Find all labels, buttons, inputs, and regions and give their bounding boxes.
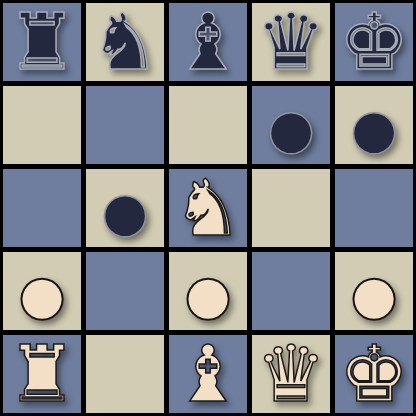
square-r4c2[interactable] xyxy=(86,252,164,330)
square-r5c3[interactable]: ♝ xyxy=(169,335,247,413)
white-pawn[interactable]: ● xyxy=(350,268,397,322)
square-r4c1[interactable]: ● xyxy=(3,252,81,330)
black-rook[interactable]: ♜ xyxy=(7,3,77,81)
square-r5c1[interactable]: ♜ xyxy=(3,335,81,413)
square-r4c3[interactable]: ● xyxy=(169,252,247,330)
square-r4c5[interactable]: ● xyxy=(335,252,413,330)
square-r2c2[interactable] xyxy=(86,86,164,164)
black-king[interactable]: ♚ xyxy=(339,3,409,81)
white-king[interactable]: ♚ xyxy=(339,335,409,413)
square-r1c4[interactable]: ♛ xyxy=(252,3,330,81)
square-r1c5[interactable]: ♚ xyxy=(335,3,413,81)
square-r2c1[interactable] xyxy=(3,86,81,164)
square-r5c5[interactable]: ♚ xyxy=(335,335,413,413)
black-pawn[interactable]: ● xyxy=(101,185,148,239)
square-r1c1[interactable]: ♜ xyxy=(3,3,81,81)
chess-board: ♜♞♝♛♚●●●♞●●●♜♝♛♚ xyxy=(0,0,416,416)
square-r1c3[interactable]: ♝ xyxy=(169,3,247,81)
square-r3c1[interactable] xyxy=(3,169,81,247)
square-r2c5[interactable]: ● xyxy=(335,86,413,164)
square-r5c4[interactable]: ♛ xyxy=(252,335,330,413)
white-bishop[interactable]: ♝ xyxy=(173,335,243,413)
white-pawn[interactable]: ● xyxy=(18,268,65,322)
white-knight[interactable]: ♞ xyxy=(173,169,243,247)
square-r3c3[interactable]: ♞ xyxy=(169,169,247,247)
square-r2c3[interactable] xyxy=(169,86,247,164)
black-queen[interactable]: ♛ xyxy=(256,3,326,81)
square-r3c2[interactable]: ● xyxy=(86,169,164,247)
black-bishop[interactable]: ♝ xyxy=(173,3,243,81)
black-knight[interactable]: ♞ xyxy=(90,3,160,81)
black-pawn[interactable]: ● xyxy=(267,102,314,156)
square-r1c2[interactable]: ♞ xyxy=(86,3,164,81)
square-r3c5[interactable] xyxy=(335,169,413,247)
square-r2c4[interactable]: ● xyxy=(252,86,330,164)
white-pawn[interactable]: ● xyxy=(184,268,231,322)
white-rook[interactable]: ♜ xyxy=(7,335,77,413)
square-r5c2[interactable] xyxy=(86,335,164,413)
square-r4c4[interactable] xyxy=(252,252,330,330)
white-queen[interactable]: ♛ xyxy=(256,335,326,413)
black-pawn[interactable]: ● xyxy=(350,102,397,156)
square-r3c4[interactable] xyxy=(252,169,330,247)
